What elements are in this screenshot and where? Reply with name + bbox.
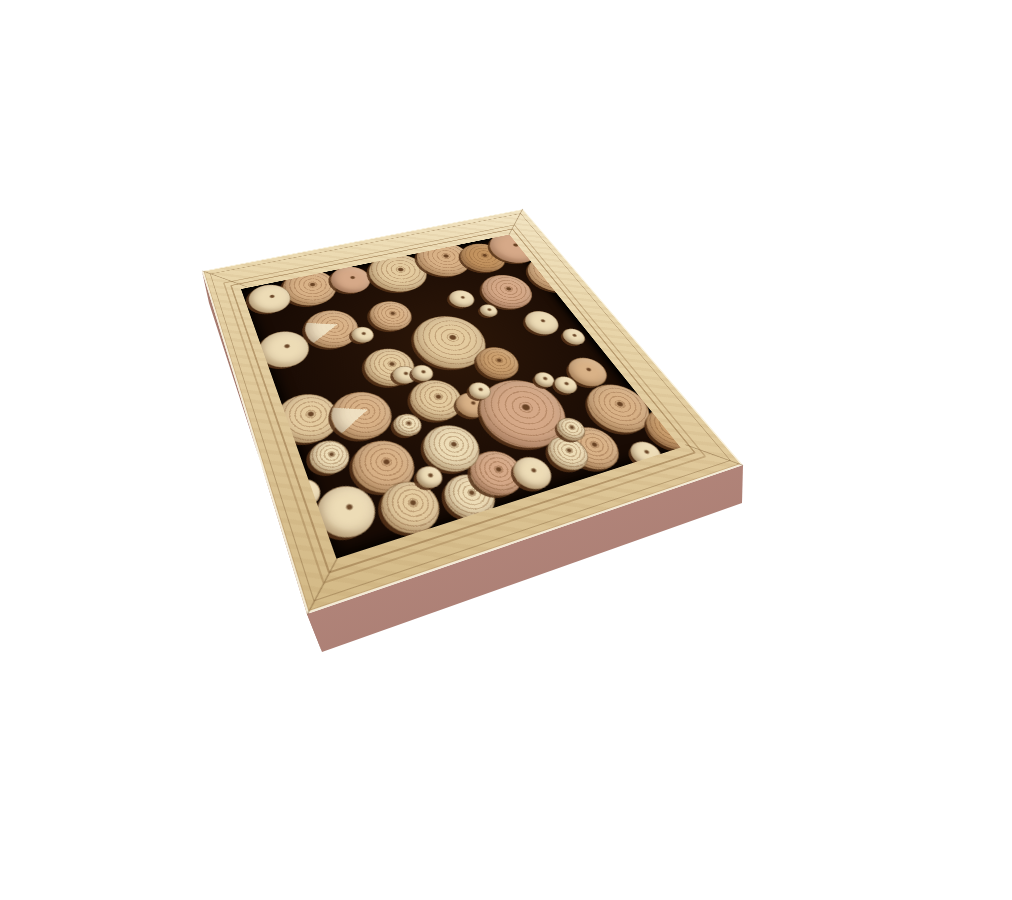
frame-miter-seam-bottom <box>307 556 339 614</box>
scene <box>0 0 1012 900</box>
wood-slice <box>585 308 663 357</box>
frame-miter-seam-right <box>685 444 743 465</box>
wood-slice <box>445 288 479 310</box>
wood-slice-small <box>559 327 590 347</box>
frame-miter-seam-left <box>202 271 249 288</box>
frame-miter-seam-top <box>509 209 523 235</box>
tray-top-face <box>202 209 743 614</box>
tray-interior <box>241 235 681 559</box>
wood-slice <box>518 308 565 338</box>
wood-slice <box>560 277 631 320</box>
wood-slice <box>364 298 418 335</box>
wood-slice <box>324 386 401 446</box>
